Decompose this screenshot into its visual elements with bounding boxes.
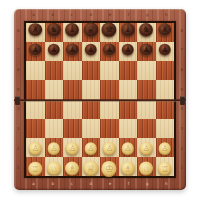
square-c1[interactable]: ♗ xyxy=(63,157,82,176)
black-pawn-c7[interactable]: ♟ xyxy=(66,43,79,56)
rook-glyph: ♖ xyxy=(31,165,39,174)
square-g2[interactable]: ♙ xyxy=(137,138,156,157)
square-e8[interactable]: ♚ xyxy=(100,23,119,42)
square-b3[interactable] xyxy=(45,119,64,138)
square-f2[interactable]: ♙ xyxy=(119,138,138,157)
rank-label: 1 xyxy=(17,166,20,170)
white-pawn-c2[interactable]: ♙ xyxy=(66,143,79,156)
square-e1[interactable]: ♔ xyxy=(100,157,119,176)
square-b4[interactable] xyxy=(45,100,64,119)
king-glyph: ♚ xyxy=(105,25,114,35)
square-c4[interactable] xyxy=(63,100,82,119)
file-label: f xyxy=(128,13,129,17)
photo-background: abcdefgh abcdefgh 87654321 87654321 ♜♞♝♛… xyxy=(0,0,200,200)
square-d4[interactable] xyxy=(82,100,101,119)
square-b8[interactable]: ♞ xyxy=(45,23,64,42)
black-rook-a8[interactable]: ♜ xyxy=(29,23,43,37)
black-pawn-h7[interactable]: ♟ xyxy=(159,43,172,56)
white-king-e1[interactable]: ♔ xyxy=(102,161,117,176)
black-pawn-d7[interactable]: ♟ xyxy=(85,43,98,56)
black-pawn-e7[interactable]: ♟ xyxy=(103,43,116,56)
square-f6[interactable] xyxy=(119,61,138,80)
bishop-glyph: ♗ xyxy=(68,164,76,173)
file-label: h xyxy=(165,182,168,186)
square-h2[interactable]: ♙ xyxy=(156,138,175,157)
file-labels-top: abcdefgh xyxy=(24,13,176,17)
square-c5[interactable] xyxy=(63,80,82,99)
rank-label: 8 xyxy=(17,29,20,33)
square-a4[interactable] xyxy=(26,100,45,119)
black-knight-g8[interactable]: ♞ xyxy=(139,23,153,37)
square-a8[interactable]: ♜ xyxy=(26,23,45,42)
square-b6[interactable] xyxy=(45,61,64,80)
hinge-right-icon xyxy=(180,96,185,105)
square-g3[interactable] xyxy=(137,119,156,138)
white-bishop-f1[interactable]: ♗ xyxy=(121,162,135,176)
white-knight-g1[interactable]: ♘ xyxy=(139,162,153,176)
rank-label: 4 xyxy=(180,107,183,111)
pawn-glyph: ♙ xyxy=(143,145,150,153)
pawn-glyph: ♙ xyxy=(87,145,94,153)
black-bishop-c8[interactable]: ♝ xyxy=(65,23,79,37)
hinge-left-icon xyxy=(15,96,20,105)
square-a3[interactable] xyxy=(26,119,45,138)
square-f8[interactable]: ♝ xyxy=(119,23,138,42)
square-h7[interactable]: ♟ xyxy=(156,42,175,61)
black-pawn-b7[interactable]: ♟ xyxy=(48,43,61,56)
pawn-glyph: ♟ xyxy=(32,46,39,54)
pawn-glyph: ♙ xyxy=(124,145,131,153)
square-d6[interactable] xyxy=(82,61,101,80)
square-g7[interactable]: ♟ xyxy=(137,42,156,61)
file-labels-bottom: abcdefgh xyxy=(24,182,176,186)
pawn-glyph: ♟ xyxy=(161,46,168,54)
file-label: e xyxy=(109,13,111,17)
square-d8[interactable]: ♛ xyxy=(82,23,101,42)
rank-label: 7 xyxy=(17,48,20,52)
pawn-glyph: ♙ xyxy=(32,145,39,153)
rank-label: 6 xyxy=(180,68,183,72)
square-c7[interactable]: ♟ xyxy=(63,42,82,61)
file-label: c xyxy=(71,182,73,186)
square-h4[interactable] xyxy=(156,100,175,119)
rank-label: 3 xyxy=(17,127,20,131)
file-label: b xyxy=(51,182,54,186)
chess-board: abcdefgh abcdefgh 87654321 87654321 ♜♞♝♛… xyxy=(14,9,186,190)
black-queen-d8[interactable]: ♛ xyxy=(83,22,98,37)
square-e6[interactable] xyxy=(100,61,119,80)
square-g8[interactable]: ♞ xyxy=(137,23,156,42)
knight-glyph: ♘ xyxy=(142,164,150,173)
square-f3[interactable] xyxy=(119,119,138,138)
square-a5[interactable] xyxy=(26,80,45,99)
rook-glyph: ♜ xyxy=(161,25,169,34)
black-pawn-a7[interactable]: ♟ xyxy=(29,43,42,56)
square-a7[interactable]: ♟ xyxy=(26,42,45,61)
square-d7[interactable]: ♟ xyxy=(82,42,101,61)
square-e3[interactable] xyxy=(100,119,119,138)
file-label: b xyxy=(51,13,54,17)
square-c8[interactable]: ♝ xyxy=(63,23,82,42)
rank-label: 6 xyxy=(17,68,20,72)
white-queen-d1[interactable]: ♕ xyxy=(83,161,98,176)
square-b1[interactable]: ♘ xyxy=(45,157,64,176)
file-label: a xyxy=(32,13,34,17)
bishop-glyph: ♗ xyxy=(124,164,132,173)
rook-glyph: ♜ xyxy=(31,25,39,34)
pawn-glyph: ♙ xyxy=(161,145,168,153)
square-f7[interactable]: ♟ xyxy=(119,42,138,61)
rank-label: 5 xyxy=(180,88,183,92)
black-rook-h8[interactable]: ♜ xyxy=(158,23,172,37)
knight-glyph: ♞ xyxy=(142,25,150,34)
rank-label: 7 xyxy=(180,48,183,52)
rook-glyph: ♖ xyxy=(161,165,169,174)
rank-label: 8 xyxy=(180,29,183,33)
black-pawn-g7[interactable]: ♟ xyxy=(140,43,153,56)
square-f5[interactable] xyxy=(119,80,138,99)
file-label: c xyxy=(71,13,73,17)
square-a6[interactable] xyxy=(26,61,45,80)
white-pawn-e2[interactable]: ♙ xyxy=(103,143,116,156)
pawn-glyph: ♟ xyxy=(106,46,113,54)
white-pawn-f2[interactable]: ♙ xyxy=(122,143,135,156)
square-h6[interactable] xyxy=(156,61,175,80)
pawn-glyph: ♟ xyxy=(50,46,57,54)
black-pawn-f7[interactable]: ♟ xyxy=(122,43,135,56)
black-knight-b8[interactable]: ♞ xyxy=(47,23,61,37)
white-pawn-d2[interactable]: ♙ xyxy=(85,143,98,156)
square-d5[interactable] xyxy=(82,80,101,99)
white-rook-a1[interactable]: ♖ xyxy=(29,162,43,176)
square-f4[interactable] xyxy=(119,100,138,119)
fold-seam xyxy=(14,99,186,102)
square-b7[interactable]: ♟ xyxy=(45,42,64,61)
square-d1[interactable]: ♕ xyxy=(82,157,101,176)
square-a2[interactable]: ♙ xyxy=(26,138,45,157)
square-h8[interactable]: ♜ xyxy=(156,23,175,42)
file-label: a xyxy=(32,182,34,186)
rank-label: 3 xyxy=(180,127,183,131)
rank-label: 4 xyxy=(17,107,20,111)
pawn-glyph: ♟ xyxy=(143,46,150,54)
rank-label: 5 xyxy=(17,88,20,92)
rank-label: 1 xyxy=(180,166,183,170)
square-b2[interactable]: ♙ xyxy=(45,138,64,157)
pawn-glyph: ♙ xyxy=(50,145,57,153)
square-h1[interactable]: ♖ xyxy=(156,157,175,176)
file-label: h xyxy=(165,13,168,17)
square-d3[interactable] xyxy=(82,119,101,138)
king-glyph: ♔ xyxy=(105,164,114,174)
pawn-glyph: ♙ xyxy=(106,145,113,153)
white-knight-b1[interactable]: ♘ xyxy=(47,162,61,176)
white-pawn-h2[interactable]: ♙ xyxy=(159,143,172,156)
rank-label: 2 xyxy=(17,147,20,151)
bishop-glyph: ♝ xyxy=(68,25,76,34)
white-rook-h1[interactable]: ♖ xyxy=(158,162,172,176)
square-e2[interactable]: ♙ xyxy=(100,138,119,157)
pawn-glyph: ♟ xyxy=(69,46,76,54)
file-label: d xyxy=(90,182,93,186)
square-g5[interactable] xyxy=(137,80,156,99)
square-h3[interactable] xyxy=(156,119,175,138)
square-g1[interactable]: ♘ xyxy=(137,157,156,176)
white-pawn-b2[interactable]: ♙ xyxy=(48,143,61,156)
rank-label: 2 xyxy=(180,147,183,151)
file-label: d xyxy=(90,13,93,17)
square-b5[interactable] xyxy=(45,80,64,99)
queen-glyph: ♕ xyxy=(86,164,95,174)
knight-glyph: ♞ xyxy=(50,25,58,34)
pawn-glyph: ♟ xyxy=(124,46,131,54)
square-c6[interactable] xyxy=(63,61,82,80)
square-h5[interactable] xyxy=(156,80,175,99)
file-label: g xyxy=(146,182,149,186)
square-g4[interactable] xyxy=(137,100,156,119)
square-e5[interactable] xyxy=(100,80,119,99)
black-bishop-f8[interactable]: ♝ xyxy=(121,23,135,37)
knight-glyph: ♘ xyxy=(50,164,58,173)
square-c3[interactable] xyxy=(63,119,82,138)
white-pawn-g2[interactable]: ♙ xyxy=(140,143,153,156)
queen-glyph: ♛ xyxy=(86,25,95,35)
file-label: f xyxy=(128,182,129,186)
bishop-glyph: ♝ xyxy=(124,25,132,34)
file-label: g xyxy=(146,13,149,17)
square-e7[interactable]: ♟ xyxy=(100,42,119,61)
white-pawn-a2[interactable]: ♙ xyxy=(29,143,42,156)
pawn-glyph: ♟ xyxy=(87,46,94,54)
square-e4[interactable] xyxy=(100,100,119,119)
square-a1[interactable]: ♖ xyxy=(26,157,45,176)
square-g6[interactable] xyxy=(137,61,156,80)
square-d2[interactable]: ♙ xyxy=(82,138,101,157)
square-f1[interactable]: ♗ xyxy=(119,157,138,176)
file-label: e xyxy=(109,182,111,186)
pawn-glyph: ♙ xyxy=(69,145,76,153)
white-bishop-c1[interactable]: ♗ xyxy=(65,162,79,176)
square-c2[interactable]: ♙ xyxy=(63,138,82,157)
black-king-e8[interactable]: ♚ xyxy=(102,22,117,37)
